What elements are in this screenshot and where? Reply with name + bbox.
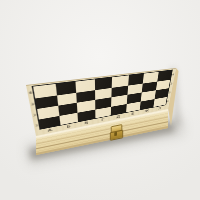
product-photo-stage: АБВГДЕЖЗ 4321 4321 [0, 0, 200, 200]
clasp-notch [114, 132, 117, 136]
brass-clasp [110, 124, 121, 139]
